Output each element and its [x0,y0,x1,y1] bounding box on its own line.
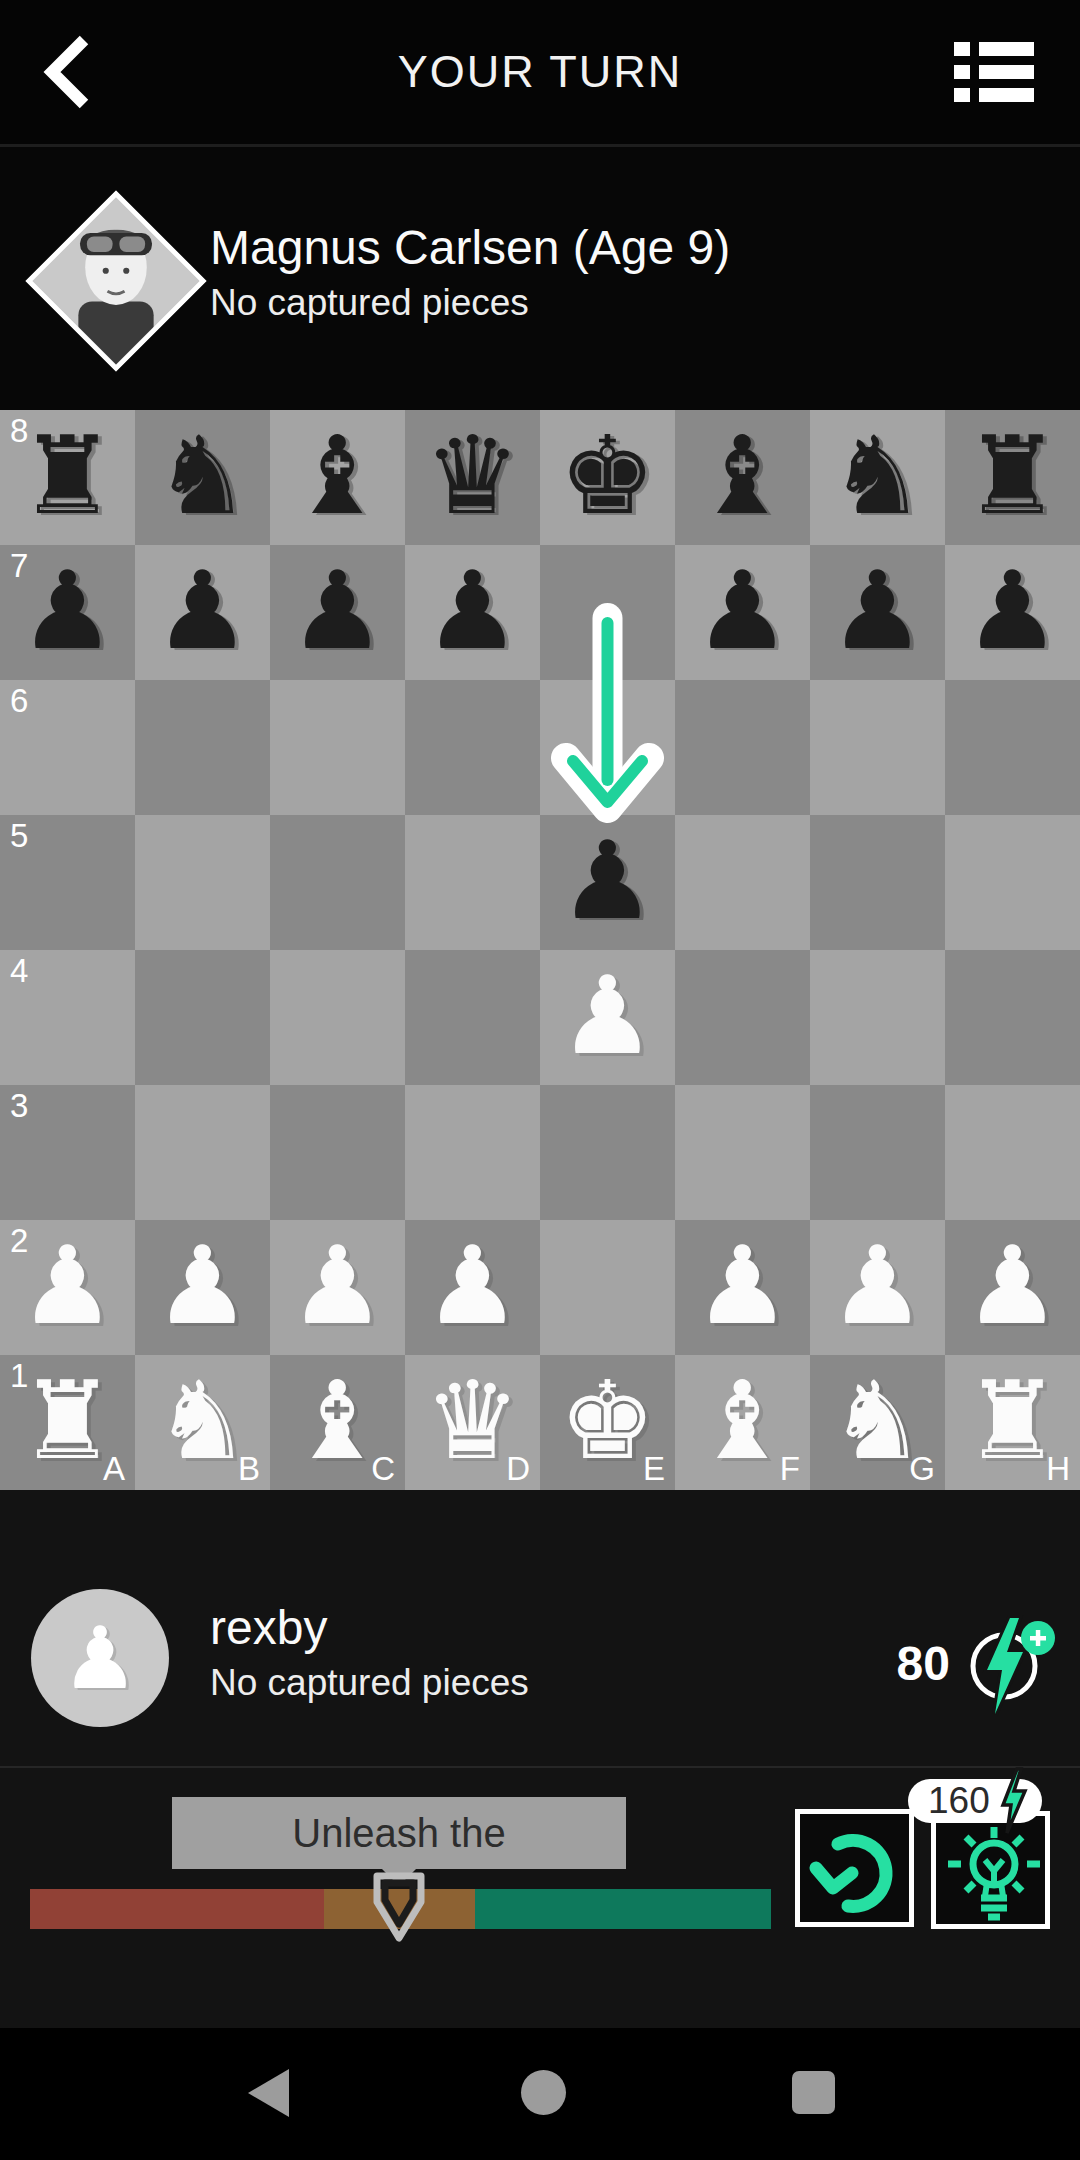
square-a2[interactable]: 2♟ [0,1220,135,1355]
magnometer-tooltip: Unleash the Magnometer! [172,1797,626,1869]
rank-label-6: 6 [10,682,28,720]
square-g1[interactable]: G♞ [810,1355,945,1490]
magnometer-marker[interactable] [372,1872,426,1944]
square-d8[interactable]: ♛ [405,410,540,545]
player-captured-status: No captured pieces [210,1662,529,1704]
rank-label-1: 1 [10,1357,28,1395]
square-f1[interactable]: F♝ [675,1355,810,1490]
square-d5[interactable] [405,815,540,950]
energy-count: 80 [840,1636,950,1691]
piece-black-pawn: ♟ [945,545,1080,680]
piece-black-pawn: ♟ [405,545,540,680]
white-pawn-icon: ♟ [61,1608,138,1708]
list-icon [954,42,1034,102]
opponent-captured-status: No captured pieces [210,282,529,324]
square-h4[interactable] [945,950,1080,1085]
magnometer-segment-red [30,1889,324,1929]
square-g7[interactable]: ♟ [810,545,945,680]
nav-recents-icon[interactable] [792,2071,835,2114]
square-h8[interactable]: ♜ [945,410,1080,545]
square-g6[interactable] [810,680,945,815]
piece-white-pawn: ♟ [405,1220,540,1355]
square-h1[interactable]: H♜ [945,1355,1080,1490]
square-a5[interactable]: 5 [0,815,135,950]
square-d1[interactable]: D♛ [405,1355,540,1490]
square-c1[interactable]: C♝ [270,1355,405,1490]
rank-label-7: 7 [10,547,28,585]
square-e1[interactable]: E♚ [540,1355,675,1490]
piece-black-pawn: ♟ [675,545,810,680]
piece-black-pawn: ♟ [810,545,945,680]
piece-black-bishop: ♝ [270,410,405,545]
section-divider [0,1766,1080,1768]
square-h5[interactable] [945,815,1080,950]
square-b3[interactable] [135,1085,270,1220]
square-d3[interactable] [405,1085,540,1220]
square-d2[interactable]: ♟ [405,1220,540,1355]
piece-black-rook: ♜ [945,410,1080,545]
square-b2[interactable]: ♟ [135,1220,270,1355]
rank-label-8: 8 [10,412,28,450]
piece-black-king: ♚ [540,410,675,545]
piece-white-pawn: ♟ [135,1220,270,1355]
square-b8[interactable]: ♞ [135,410,270,545]
square-h6[interactable] [945,680,1080,815]
square-h2[interactable]: ♟ [945,1220,1080,1355]
square-d4[interactable] [405,950,540,1085]
square-c8[interactable]: ♝ [270,410,405,545]
square-g4[interactable] [810,950,945,1085]
rotate-ccw-icon [808,1822,908,1922]
piece-black-knight: ♞ [135,410,270,545]
file-label-e: E [643,1450,665,1488]
piece-black-pawn: ♟ [270,545,405,680]
menu-button[interactable] [954,42,1034,106]
nav-home-icon[interactable] [521,2070,566,2115]
square-f4[interactable] [675,950,810,1085]
chevron-left-icon [40,96,96,113]
square-a8[interactable]: 8♜ [0,410,135,545]
hint-button[interactable] [931,1811,1050,1929]
square-e5[interactable]: ♟ [540,815,675,950]
square-e8[interactable]: ♚ [540,410,675,545]
square-c7[interactable]: ♟ [270,545,405,680]
piece-black-pawn: ♟ [540,815,675,950]
square-f2[interactable]: ♟ [675,1220,810,1355]
top-bar: YOUR TURN [0,0,1080,147]
square-f5[interactable] [675,815,810,950]
player-avatar: ♟ [31,1589,169,1727]
rank-label-2: 2 [10,1222,28,1260]
file-label-h: H [1046,1450,1070,1488]
opponent-name: Magnus Carlsen (Age 9) [210,220,730,275]
player-name: rexby [210,1600,327,1655]
square-c4[interactable] [270,950,405,1085]
file-label-b: B [238,1450,260,1488]
undo-button[interactable] [795,1809,914,1927]
energy-bolt-plus-icon[interactable] [962,1608,1066,1720]
square-e2[interactable] [540,1220,675,1355]
square-a1[interactable]: 1A♜ [0,1355,135,1490]
piece-white-pawn: ♟ [675,1220,810,1355]
square-a6[interactable]: 6 [0,680,135,815]
piece-white-pawn: ♟ [810,1220,945,1355]
page-title: YOUR TURN [0,46,1080,98]
square-g5[interactable] [810,815,945,950]
piece-white-pawn: ♟ [540,950,675,1085]
square-h3[interactable] [945,1085,1080,1220]
square-e3[interactable] [540,1085,675,1220]
square-f6[interactable] [675,680,810,815]
file-label-f: F [780,1450,800,1488]
magnometer-segment-green [475,1889,771,1929]
piece-black-knight: ♞ [810,410,945,545]
piece-black-pawn: ♟ [135,545,270,680]
square-b5[interactable] [135,815,270,950]
square-e6[interactable] [540,680,675,815]
chess-board: 8♜♞♝♛♚♝♞♜7♟♟♟♟♟♟♟65♟4♟32♟♟♟♟♟♟♟1A♜B♞C♝D♛… [0,410,1080,1490]
piece-black-bishop: ♝ [675,410,810,545]
lightbulb-icon [944,1824,1044,1924]
piece-white-pawn: ♟ [945,1220,1080,1355]
lightning-bolt-icon [997,1767,1031,1835]
file-label-a: A [103,1450,125,1488]
square-c6[interactable] [270,680,405,815]
piece-black-queen: ♛ [405,410,540,545]
file-label-g: G [909,1450,935,1488]
square-g8[interactable]: ♞ [810,410,945,545]
square-a3[interactable]: 3 [0,1085,135,1220]
square-g3[interactable] [810,1085,945,1220]
square-d6[interactable] [405,680,540,815]
rank-label-3: 3 [10,1087,28,1125]
file-label-c: C [371,1450,395,1488]
square-b1[interactable]: B♞ [135,1355,270,1490]
rank-label-5: 5 [10,817,28,855]
square-d7[interactable]: ♟ [405,545,540,680]
square-a7[interactable]: 7♟ [0,545,135,680]
square-c5[interactable] [270,815,405,950]
file-label-d: D [506,1450,530,1488]
piece-white-pawn: ♟ [270,1220,405,1355]
square-b4[interactable] [135,950,270,1085]
square-g2[interactable]: ♟ [810,1220,945,1355]
square-b7[interactable]: ♟ [135,545,270,680]
square-h7[interactable]: ♟ [945,545,1080,680]
square-e4[interactable]: ♟ [540,950,675,1085]
square-c3[interactable] [270,1085,405,1220]
square-f8[interactable]: ♝ [675,410,810,545]
nav-back-icon[interactable] [248,2069,289,2117]
square-f3[interactable] [675,1085,810,1220]
square-e7[interactable] [540,545,675,680]
square-c2[interactable]: ♟ [270,1220,405,1355]
game-screen: YOUR TURN Magnus Carlsen (Age 9) No capt… [0,0,1080,2160]
rank-label-4: 4 [10,952,28,990]
square-f7[interactable]: ♟ [675,545,810,680]
square-a4[interactable]: 4 [0,950,135,1085]
square-b6[interactable] [135,680,270,815]
